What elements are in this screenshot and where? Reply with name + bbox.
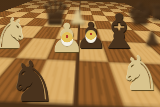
brand-sticker	[86, 30, 97, 43]
piece-dark-rook-edge: ♜	[148, 2, 160, 24]
chess-pieces-layer: ♞♛♟♟♟♝♚♜♟♞♞	[0, 0, 160, 107]
piece-light-knight-right: ♞	[118, 49, 160, 97]
piece-dark-knight-front: ♞	[7, 54, 57, 107]
brand-sticker	[61, 32, 73, 46]
chess-photo-scene: ♞♛♟♟♟♝♚♜♟♞♞	[0, 0, 160, 107]
